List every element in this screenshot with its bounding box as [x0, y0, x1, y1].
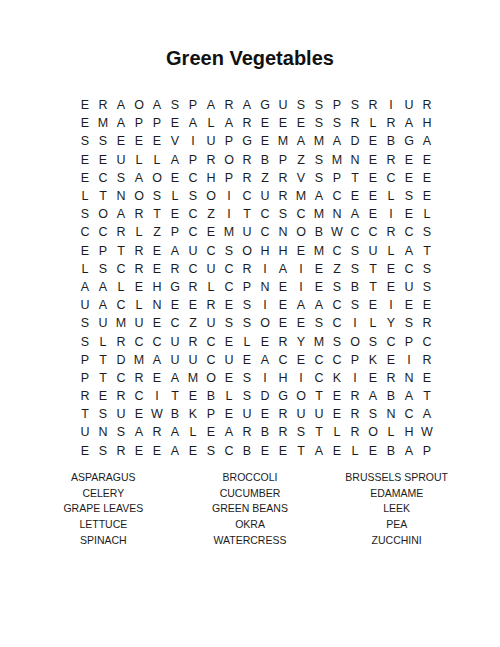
grid-cell: R	[238, 151, 256, 169]
grid-cell: H	[148, 278, 166, 296]
grid-cell: B	[256, 423, 274, 441]
grid-cell: E	[292, 242, 310, 260]
grid-cell: E	[202, 223, 220, 241]
grid-cell: S	[418, 260, 436, 278]
grid-cell: A	[148, 96, 166, 114]
grid-cell: M	[310, 332, 328, 350]
grid-cell: A	[220, 423, 238, 441]
grid-cell: S	[184, 187, 202, 205]
grid-cell: C	[310, 369, 328, 387]
grid-cell: S	[328, 278, 346, 296]
grid-cell: L	[130, 296, 148, 314]
grid-cell: T	[346, 169, 364, 187]
grid-cell: E	[184, 296, 202, 314]
grid-cell: P	[130, 114, 148, 132]
grid-cell: E	[274, 442, 292, 460]
grid-cell: L	[94, 332, 112, 350]
grid-cell: B	[166, 405, 184, 423]
grid-cell: Y	[382, 314, 400, 332]
grid-cell: D	[256, 387, 274, 405]
grid-cell: E	[148, 242, 166, 260]
grid-cell: I	[292, 369, 310, 387]
grid-cell: E	[400, 151, 418, 169]
grid-cell: L	[364, 314, 382, 332]
grid-cell: R	[418, 314, 436, 332]
grid-cell: I	[184, 132, 202, 150]
grid-cell: O	[202, 369, 220, 387]
grid-cell: R	[274, 187, 292, 205]
grid-cell: P	[328, 169, 346, 187]
grid-cell: R	[166, 260, 184, 278]
grid-cell: Z	[256, 169, 274, 187]
grid-cell: U	[310, 405, 328, 423]
grid-cell: U	[220, 351, 238, 369]
grid-cell: G	[238, 132, 256, 150]
grid-cell: E	[238, 351, 256, 369]
grid-cell: B	[310, 223, 328, 241]
grid-cell: T	[310, 387, 328, 405]
grid-cell: A	[184, 114, 202, 132]
grid-cell: E	[364, 369, 382, 387]
grid-cell: A	[238, 96, 256, 114]
word-list-column: ASPARAGUSCELERYGRAPE LEAVESLETTUCESPINAC…	[30, 470, 177, 549]
grid-cell: P	[346, 351, 364, 369]
grid-cell: M	[310, 242, 328, 260]
grid-cell: W	[148, 405, 166, 423]
grid-cell: C	[400, 405, 418, 423]
grid-cell: G	[166, 278, 184, 296]
grid-cell: K	[328, 369, 346, 387]
grid-cell: C	[328, 187, 346, 205]
grid-cell: E	[328, 405, 346, 423]
grid-cell: E	[112, 132, 130, 150]
grid-cell: S	[76, 205, 94, 223]
word-list-item: ZUCCHINI	[323, 533, 470, 549]
grid-cell: A	[166, 442, 184, 460]
grid-cell: O	[220, 151, 238, 169]
grid-cell: S	[166, 96, 184, 114]
grid-cell: A	[76, 278, 94, 296]
grid-cell: E	[184, 387, 202, 405]
grid-cell: S	[76, 314, 94, 332]
grid-cell: L	[382, 187, 400, 205]
grid-cell: L	[130, 151, 148, 169]
grid-cell: E	[256, 405, 274, 423]
grid-cell: W	[328, 223, 346, 241]
grid-cell: E	[220, 332, 238, 350]
grid-cell: S	[94, 132, 112, 150]
grid-cell: T	[94, 369, 112, 387]
grid-cell: E	[256, 442, 274, 460]
grid-cell: P	[148, 114, 166, 132]
grid-cell: E	[418, 169, 436, 187]
grid-cell: R	[202, 151, 220, 169]
grid-cell: E	[328, 442, 346, 460]
grid-cell: E	[130, 405, 148, 423]
grid-cell: N	[94, 423, 112, 441]
grid-cell: E	[184, 442, 202, 460]
grid-cell: C	[202, 242, 220, 260]
grid-cell: S	[346, 260, 364, 278]
grid-cell: T	[418, 242, 436, 260]
grid-cell: R	[238, 169, 256, 187]
grid-cell: R	[274, 332, 292, 350]
grid-cell: S	[238, 296, 256, 314]
grid-cell: M	[310, 132, 328, 150]
grid-cell: A	[310, 442, 328, 460]
grid-cell: O	[292, 387, 310, 405]
grid-cell: E	[346, 187, 364, 205]
grid-cell: C	[112, 296, 130, 314]
grid-cell: S	[94, 442, 112, 460]
grid-cell: N	[382, 405, 400, 423]
word-list-item: GRAPE LEAVES	[30, 501, 177, 517]
grid-cell: L	[382, 423, 400, 441]
word-list-column: BRUSSELS SPROUTEDAMAMELEEKPEAZUCCHINI	[323, 470, 470, 549]
grid-cell: N	[256, 278, 274, 296]
grid-cell: E	[166, 169, 184, 187]
grid-cell: U	[184, 242, 202, 260]
grid-cell: C	[400, 223, 418, 241]
grid-cell: R	[112, 332, 130, 350]
grid-cell: E	[76, 169, 94, 187]
grid-cell: O	[148, 169, 166, 187]
grid-cell: H	[256, 242, 274, 260]
grid-cell: P	[274, 151, 292, 169]
grid-cell: E	[364, 205, 382, 223]
grid-cell: U	[256, 187, 274, 205]
grid-cell: E	[292, 351, 310, 369]
grid-cell: T	[76, 405, 94, 423]
grid-cell: E	[328, 387, 346, 405]
grid-cell: M	[184, 369, 202, 387]
grid-cell: E	[76, 242, 94, 260]
grid-cell: Z	[328, 260, 346, 278]
grid-cell: H	[400, 423, 418, 441]
grid-cell: P	[202, 405, 220, 423]
grid-cell: A	[94, 296, 112, 314]
grid-cell: S	[112, 169, 130, 187]
grid-cell: C	[418, 332, 436, 350]
grid-cell: I	[148, 387, 166, 405]
grid-cell: E	[220, 405, 238, 423]
grid-cell: E	[202, 423, 220, 441]
grid-cell: C	[202, 351, 220, 369]
grid-cell: C	[220, 278, 238, 296]
grid-cell: O	[364, 423, 382, 441]
grid-cell: R	[202, 296, 220, 314]
grid-cell: S	[76, 132, 94, 150]
grid-cell: A	[328, 132, 346, 150]
grid-cell: E	[310, 260, 328, 278]
grid-cell: S	[202, 442, 220, 460]
grid-cell: U	[112, 151, 130, 169]
grid-cell: C	[166, 314, 184, 332]
grid-cell: R	[238, 114, 256, 132]
grid-cell: Z	[184, 314, 202, 332]
grid-cell: R	[382, 151, 400, 169]
grid-cell: A	[256, 351, 274, 369]
grid-cell: R	[148, 423, 166, 441]
grid-cell: N	[346, 151, 364, 169]
grid-cell: S	[310, 151, 328, 169]
grid-cell: R	[346, 387, 364, 405]
grid-cell: E	[292, 314, 310, 332]
grid-cell: R	[112, 223, 130, 241]
grid-cell: C	[130, 332, 148, 350]
grid-cell: U	[184, 351, 202, 369]
grid-cell: R	[112, 442, 130, 460]
grid-cell: A	[112, 205, 130, 223]
grid-cell: Z	[292, 151, 310, 169]
grid-cell: I	[382, 96, 400, 114]
grid-cell: E	[382, 351, 400, 369]
grid-cell: R	[346, 114, 364, 132]
grid-cell: E	[382, 278, 400, 296]
grid-cell: S	[346, 242, 364, 260]
grid-cell: U	[274, 96, 292, 114]
grid-cell: A	[112, 96, 130, 114]
grid-cell: P	[184, 96, 202, 114]
grid-cell: H	[202, 169, 220, 187]
grid-cell: R	[364, 96, 382, 114]
grid-cell: C	[112, 369, 130, 387]
grid-cell: S	[238, 369, 256, 387]
grid-cell: U	[76, 296, 94, 314]
grid-cell: E	[166, 114, 184, 132]
grid-cell: M	[130, 351, 148, 369]
grid-cell: A	[400, 442, 418, 460]
grid-cell: P	[220, 169, 238, 187]
grid-cell: M	[220, 223, 238, 241]
grid-cell: A	[400, 242, 418, 260]
grid-cell: R	[238, 423, 256, 441]
grid-cell: A	[400, 114, 418, 132]
grid-cell: P	[220, 132, 238, 150]
grid-cell: U	[364, 242, 382, 260]
word-list-item: ASPARAGUS	[30, 470, 177, 486]
grid-cell: D	[346, 132, 364, 150]
grid-cell: E	[148, 314, 166, 332]
grid-cell: U	[400, 278, 418, 296]
grid-cell: Z	[148, 223, 166, 241]
grid-cell: C	[76, 223, 94, 241]
grid-cell: E	[130, 442, 148, 460]
grid-cell: L	[202, 278, 220, 296]
grid-cell: A	[166, 151, 184, 169]
grid-cell: U	[238, 405, 256, 423]
grid-cell: S	[346, 296, 364, 314]
grid-cell: A	[418, 405, 436, 423]
puzzle-title: Green Vegetables	[0, 0, 500, 70]
grid-cell: U	[400, 96, 418, 114]
grid-cell: E	[364, 132, 382, 150]
word-list-item: LETTUCE	[30, 517, 177, 533]
grid-cell: R	[130, 205, 148, 223]
grid-cell: C	[382, 169, 400, 187]
grid-cell: S	[310, 96, 328, 114]
grid-cell: I	[220, 205, 238, 223]
grid-cell: S	[310, 169, 328, 187]
grid-cell: E	[148, 442, 166, 460]
grid-cell: R	[382, 369, 400, 387]
grid-cell: N	[112, 187, 130, 205]
grid-cell: E	[76, 151, 94, 169]
grid-cell: R	[184, 278, 202, 296]
grid-cell: E	[400, 205, 418, 223]
grid-cell: P	[328, 96, 346, 114]
grid-cell: S	[220, 242, 238, 260]
word-search-page: Green Vegetables ERAOASPARAGUSSPSRIUREMA…	[0, 0, 500, 647]
grid-cell: A	[310, 296, 328, 314]
grid-cell: I	[292, 278, 310, 296]
grid-cell: L	[382, 242, 400, 260]
grid-cell: S	[418, 278, 436, 296]
grid-cell: E	[364, 442, 382, 460]
grid-cell: C	[130, 387, 148, 405]
grid-cell: E	[418, 296, 436, 314]
word-list-item: SPINACH	[30, 533, 177, 549]
grid-cell: E	[256, 332, 274, 350]
grid-cell: C	[256, 205, 274, 223]
grid-cell: I	[292, 260, 310, 278]
grid-cell: P	[94, 242, 112, 260]
grid-cell: P	[76, 369, 94, 387]
grid-cell: N	[328, 205, 346, 223]
grid-cell: S	[94, 260, 112, 278]
letter-grid: ERAOASPARAGUSSPSRIUREMAPPEALAREEESSRLRAH…	[76, 96, 436, 460]
grid-cell: S	[400, 187, 418, 205]
grid-cell: T	[364, 278, 382, 296]
word-list-item: CELERY	[30, 486, 177, 502]
grid-cell: A	[166, 242, 184, 260]
grid-cell: L	[148, 151, 166, 169]
grid-cell: R	[76, 387, 94, 405]
grid-cell: K	[364, 351, 382, 369]
grid-cell: O	[94, 205, 112, 223]
grid-cell: S	[292, 96, 310, 114]
word-list-column: BROCCOLICUCUMBERGREEN BEANSOKRAWATERCRES…	[177, 470, 324, 549]
grid-cell: C	[94, 169, 112, 187]
grid-cell: S	[364, 332, 382, 350]
grid-cell: C	[220, 442, 238, 460]
grid-cell: A	[310, 187, 328, 205]
grid-cell: E	[364, 296, 382, 314]
grid-cell: U	[202, 260, 220, 278]
grid-cell: I	[382, 205, 400, 223]
grid-cell: M	[274, 132, 292, 150]
grid-cell: R	[382, 223, 400, 241]
grid-cell: S	[112, 423, 130, 441]
grid-cell: S	[274, 205, 292, 223]
grid-cell: P	[238, 278, 256, 296]
grid-cell: T	[292, 442, 310, 460]
grid-cell: E	[94, 387, 112, 405]
grid-cell: A	[112, 114, 130, 132]
grid-cell: E	[148, 132, 166, 150]
grid-cell: E	[382, 260, 400, 278]
grid-cell: I	[400, 351, 418, 369]
grid-cell: E	[364, 151, 382, 169]
grid-cell: E	[418, 187, 436, 205]
grid-cell: G	[400, 132, 418, 150]
grid-cell: S	[220, 314, 238, 332]
grid-cell: O	[346, 332, 364, 350]
grid-cell: E	[364, 169, 382, 187]
grid-cell: T	[418, 387, 436, 405]
grid-cell: S	[310, 114, 328, 132]
grid-cell: I	[256, 296, 274, 314]
grid-cell: U	[292, 405, 310, 423]
grid-cell: A	[94, 278, 112, 296]
grid-cell: C	[274, 351, 292, 369]
grid-cell: E	[220, 369, 238, 387]
word-list-item: PEA	[323, 517, 470, 533]
grid-cell: R	[274, 405, 292, 423]
grid-cell: E	[94, 151, 112, 169]
grid-cell: W	[418, 423, 436, 441]
word-list-item: BRUSSELS SPROUT	[323, 470, 470, 486]
grid-cell: L	[238, 332, 256, 350]
grid-cell: B	[382, 442, 400, 460]
grid-cell: U	[166, 332, 184, 350]
grid-cell: E	[274, 314, 292, 332]
word-list-item: OKRA	[177, 517, 324, 533]
grid-cell: S	[418, 223, 436, 241]
grid-cell: Z	[202, 205, 220, 223]
grid-cell: A	[400, 387, 418, 405]
grid-cell: C	[184, 169, 202, 187]
grid-cell: S	[346, 96, 364, 114]
grid-cell: L	[346, 442, 364, 460]
grid-cell: B	[382, 132, 400, 150]
grid-cell: R	[94, 96, 112, 114]
grid-cell: E	[274, 114, 292, 132]
grid-cell: L	[364, 114, 382, 132]
grid-cell: L	[166, 187, 184, 205]
grid-cell: S	[310, 314, 328, 332]
grid-cell: T	[112, 242, 130, 260]
grid-cell: L	[418, 205, 436, 223]
grid-cell: E	[166, 205, 184, 223]
grid-cell: A	[346, 205, 364, 223]
grid-cell: C	[328, 296, 346, 314]
grid-cell: E	[256, 114, 274, 132]
grid-cell: R	[130, 369, 148, 387]
grid-cell: B	[202, 387, 220, 405]
grid-cell: L	[328, 423, 346, 441]
grid-cell: E	[256, 132, 274, 150]
grid-cell: C	[364, 223, 382, 241]
grid-cell: C	[148, 332, 166, 350]
grid-cell: E	[148, 369, 166, 387]
grid-cell: U	[130, 314, 148, 332]
grid-cell: U	[76, 423, 94, 441]
grid-cell: I	[220, 187, 238, 205]
grid-cell: E	[418, 369, 436, 387]
grid-cell: A	[130, 169, 148, 187]
grid-cell: U	[166, 351, 184, 369]
grid-cell: S	[238, 314, 256, 332]
grid-cell: T	[94, 351, 112, 369]
grid-cell: D	[112, 351, 130, 369]
grid-cell: S	[76, 332, 94, 350]
grid-cell: A	[364, 387, 382, 405]
grid-cell: C	[184, 260, 202, 278]
grid-cell: G	[274, 387, 292, 405]
grid-cell: B	[382, 387, 400, 405]
word-list-item: CUCUMBER	[177, 486, 324, 502]
